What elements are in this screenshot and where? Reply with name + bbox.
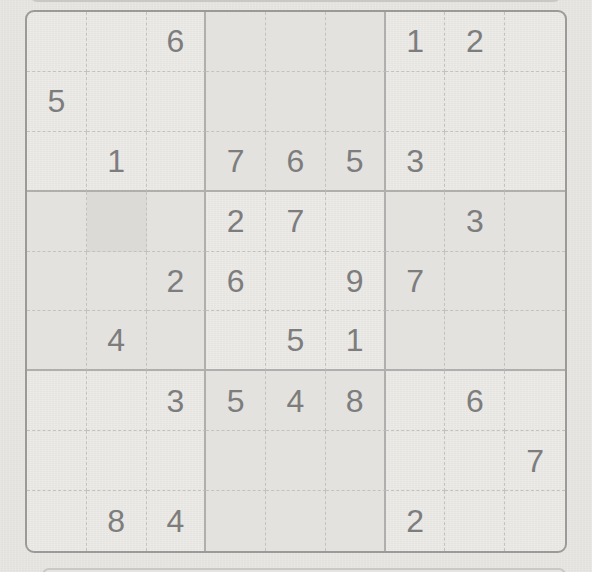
cell-r2c7[interactable] [386, 72, 446, 132]
cell-r3c5[interactable]: 6 [266, 132, 326, 192]
cell-r1c5[interactable] [266, 12, 326, 72]
cell-r9c1[interactable] [27, 491, 87, 551]
cell-r1c9[interactable] [505, 12, 565, 72]
sudoku-board[interactable]: 6125176532732697451354867842 [25, 10, 567, 553]
cell-r9c2[interactable]: 8 [87, 491, 147, 551]
cell-r7c4[interactable]: 5 [206, 371, 266, 431]
cell-r1c6[interactable] [326, 12, 386, 72]
cell-r2c1[interactable]: 5 [27, 72, 87, 132]
cell-r8c2[interactable] [87, 431, 147, 491]
cell-r5c4[interactable]: 6 [206, 252, 266, 312]
cell-r4c2[interactable] [87, 192, 147, 252]
cell-r4c7[interactable] [386, 192, 446, 252]
cell-r5c7[interactable]: 7 [386, 252, 446, 312]
cell-r4c9[interactable] [505, 192, 565, 252]
cell-r9c4[interactable] [206, 491, 266, 551]
adjacent-panel-below-edge [42, 568, 566, 572]
cell-r2c4[interactable] [206, 72, 266, 132]
cell-r8c9[interactable]: 7 [505, 431, 565, 491]
cell-r9c5[interactable] [266, 491, 326, 551]
cell-r5c8[interactable] [445, 252, 505, 312]
cell-r3c2[interactable]: 1 [87, 132, 147, 192]
cell-r9c6[interactable] [326, 491, 386, 551]
cell-r9c3[interactable]: 4 [147, 491, 207, 551]
cell-r4c6[interactable] [326, 192, 386, 252]
cell-r3c1[interactable] [27, 132, 87, 192]
cell-r6c3[interactable] [147, 311, 207, 371]
cell-r2c3[interactable] [147, 72, 207, 132]
cell-r3c4[interactable]: 7 [206, 132, 266, 192]
cell-r8c4[interactable] [206, 431, 266, 491]
cell-r9c8[interactable] [445, 491, 505, 551]
cell-r6c8[interactable] [445, 311, 505, 371]
cell-r7c5[interactable]: 4 [266, 371, 326, 431]
cell-r1c3[interactable]: 6 [147, 12, 207, 72]
cell-r5c6[interactable]: 9 [326, 252, 386, 312]
cell-r5c3[interactable]: 2 [147, 252, 207, 312]
cell-r2c5[interactable] [266, 72, 326, 132]
cell-r6c2[interactable]: 4 [87, 311, 147, 371]
cell-r3c9[interactable] [505, 132, 565, 192]
cell-r7c2[interactable] [87, 371, 147, 431]
cell-r4c4[interactable]: 2 [206, 192, 266, 252]
cell-r4c1[interactable] [27, 192, 87, 252]
cell-r8c6[interactable] [326, 431, 386, 491]
cell-r4c5[interactable]: 7 [266, 192, 326, 252]
cell-r6c4[interactable] [206, 311, 266, 371]
cell-r1c8[interactable]: 2 [445, 12, 505, 72]
page: { "game": "sudoku", "position": "..6...1… [0, 0, 592, 572]
cell-r3c7[interactable]: 3 [386, 132, 446, 192]
cell-r5c9[interactable] [505, 252, 565, 312]
cell-r2c9[interactable] [505, 72, 565, 132]
cell-r5c2[interactable] [87, 252, 147, 312]
cell-r5c1[interactable] [27, 252, 87, 312]
cell-r9c7[interactable]: 2 [386, 491, 446, 551]
cell-r8c7[interactable] [386, 431, 446, 491]
cell-r2c2[interactable] [87, 72, 147, 132]
cell-r3c8[interactable] [445, 132, 505, 192]
cell-r1c7[interactable]: 1 [386, 12, 446, 72]
cell-r7c8[interactable]: 6 [445, 371, 505, 431]
cell-r3c6[interactable]: 5 [326, 132, 386, 192]
cell-r1c4[interactable] [206, 12, 266, 72]
cell-r9c9[interactable] [505, 491, 565, 551]
cell-r7c9[interactable] [505, 371, 565, 431]
cell-r2c8[interactable] [445, 72, 505, 132]
cell-r7c3[interactable]: 3 [147, 371, 207, 431]
cell-r6c1[interactable] [27, 311, 87, 371]
cell-r4c3[interactable] [147, 192, 207, 252]
cell-r6c7[interactable] [386, 311, 446, 371]
cell-r8c3[interactable] [147, 431, 207, 491]
cell-r7c1[interactable] [27, 371, 87, 431]
cell-r7c6[interactable]: 8 [326, 371, 386, 431]
cell-r6c6[interactable]: 1 [326, 311, 386, 371]
cell-r8c5[interactable] [266, 431, 326, 491]
cell-r7c7[interactable] [386, 371, 446, 431]
cell-r3c3[interactable] [147, 132, 207, 192]
cell-r2c6[interactable] [326, 72, 386, 132]
cell-r6c9[interactable] [505, 311, 565, 371]
cell-r8c8[interactable] [445, 431, 505, 491]
cell-r6c5[interactable]: 5 [266, 311, 326, 371]
cell-r5c5[interactable] [266, 252, 326, 312]
cell-r1c1[interactable] [27, 12, 87, 72]
cell-r4c8[interactable]: 3 [445, 192, 505, 252]
cell-r8c1[interactable] [27, 431, 87, 491]
cell-r1c2[interactable] [87, 12, 147, 72]
adjacent-panel-above-edge [30, 0, 561, 2]
